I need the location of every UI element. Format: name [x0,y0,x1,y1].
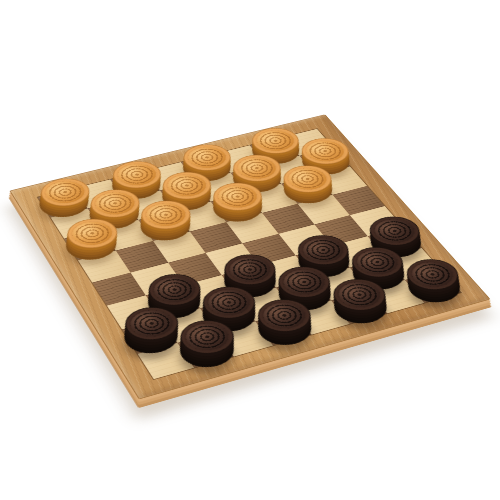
checkers-set-photo [0,0,500,500]
pieces-layer [38,129,461,379]
checkers-board-frame [9,114,490,399]
